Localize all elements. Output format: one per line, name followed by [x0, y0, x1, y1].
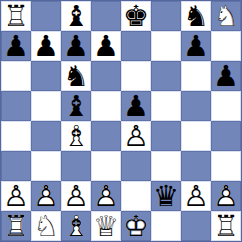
square-f2[interactable]: ♛ — [151, 181, 181, 211]
square-h7[interactable] — [211, 31, 241, 61]
piece-outline-glyph: ♗ — [61, 211, 91, 241]
piece-white-pawn[interactable]: ♟♙ — [211, 181, 241, 211]
piece-outline-glyph: ♘ — [211, 1, 241, 31]
piece-outline-glyph: ♕ — [91, 211, 121, 241]
piece-black-pawn[interactable]: ♟ — [211, 61, 241, 91]
square-d3[interactable] — [91, 151, 121, 181]
square-g8[interactable]: ♞ — [181, 1, 211, 31]
piece-solid-glyph: ♟ — [121, 91, 151, 121]
piece-solid-glyph: ♟ — [61, 31, 91, 61]
piece-outline-glyph: ♙ — [31, 181, 61, 211]
square-a5[interactable] — [1, 91, 31, 121]
piece-black-pawn[interactable]: ♟ — [181, 31, 211, 61]
square-a4[interactable] — [1, 121, 31, 151]
square-h6[interactable]: ♟ — [211, 61, 241, 91]
piece-solid-glyph: ♟ — [31, 31, 61, 61]
piece-solid-glyph: ♟ — [1, 31, 31, 61]
square-c3[interactable] — [61, 151, 91, 181]
square-g5[interactable] — [181, 91, 211, 121]
square-c2[interactable]: ♟♙ — [61, 181, 91, 211]
square-c6[interactable]: ♞ — [61, 61, 91, 91]
piece-black-pawn[interactable]: ♟ — [31, 31, 61, 61]
square-b4[interactable] — [31, 121, 61, 151]
piece-white-pawn[interactable]: ♟♙ — [1, 181, 31, 211]
square-b1[interactable]: ♞♘ — [31, 211, 61, 241]
square-f1[interactable] — [151, 211, 181, 241]
piece-outline-glyph: ♙ — [91, 181, 121, 211]
square-a3[interactable] — [1, 151, 31, 181]
piece-solid-glyph: ♝ — [61, 1, 91, 31]
piece-white-pawn[interactable]: ♟♙ — [91, 181, 121, 211]
piece-black-bishop[interactable]: ♝ — [61, 1, 91, 31]
piece-solid-glyph: ♛ — [151, 181, 181, 211]
square-e5[interactable]: ♟ — [121, 91, 151, 121]
piece-outline-glyph: ♖ — [211, 211, 241, 241]
piece-solid-glyph: ♚ — [121, 1, 151, 31]
square-b6[interactable] — [31, 61, 61, 91]
square-c4[interactable]: ♝♗ — [61, 121, 91, 151]
square-b7[interactable]: ♟ — [31, 31, 61, 61]
square-h1[interactable]: ♜♖ — [211, 211, 241, 241]
piece-outline-glyph: ♙ — [181, 181, 211, 211]
square-d5[interactable] — [91, 91, 121, 121]
piece-white-pawn[interactable]: ♟♙ — [61, 181, 91, 211]
piece-outline-glyph: ♘ — [31, 211, 61, 241]
square-g2[interactable]: ♟♙ — [181, 181, 211, 211]
square-a7[interactable]: ♟ — [1, 31, 31, 61]
square-e4[interactable]: ♟♙ — [121, 121, 151, 151]
piece-white-bishop[interactable]: ♝♗ — [61, 211, 91, 241]
square-e3[interactable] — [121, 151, 151, 181]
square-h4[interactable] — [211, 121, 241, 151]
piece-outline-glyph: ♔ — [121, 211, 151, 241]
square-e2[interactable] — [121, 181, 151, 211]
piece-black-pawn[interactable]: ♟ — [61, 31, 91, 61]
piece-outline-glyph: ♙ — [211, 181, 241, 211]
piece-white-pawn[interactable]: ♟♙ — [31, 181, 61, 211]
square-a6[interactable] — [1, 61, 31, 91]
square-f6[interactable] — [151, 61, 181, 91]
piece-black-knight[interactable]: ♞ — [181, 1, 211, 31]
square-e1[interactable]: ♚♔ — [121, 211, 151, 241]
piece-white-rook[interactable]: ♜♖ — [1, 1, 31, 31]
square-c7[interactable]: ♟ — [61, 31, 91, 61]
piece-white-king[interactable]: ♚♔ — [121, 211, 151, 241]
piece-solid-glyph: ♝ — [61, 91, 91, 121]
piece-solid-glyph: ♟ — [181, 31, 211, 61]
piece-outline-glyph: ♖ — [1, 1, 31, 31]
piece-white-queen[interactable]: ♛♕ — [91, 211, 121, 241]
square-d2[interactable]: ♟♙ — [91, 181, 121, 211]
square-e8[interactable]: ♚ — [121, 1, 151, 31]
piece-black-knight[interactable]: ♞ — [61, 61, 91, 91]
square-a2[interactable]: ♟♙ — [1, 181, 31, 211]
square-d6[interactable] — [91, 61, 121, 91]
square-a8[interactable]: ♜♖ — [1, 1, 31, 31]
square-g1[interactable] — [181, 211, 211, 241]
piece-black-pawn[interactable]: ♟ — [1, 31, 31, 61]
piece-black-pawn[interactable]: ♟ — [91, 31, 121, 61]
square-e7[interactable] — [121, 31, 151, 61]
square-b8[interactable] — [31, 1, 61, 31]
piece-white-knight[interactable]: ♞♘ — [31, 211, 61, 241]
piece-solid-glyph: ♟ — [91, 31, 121, 61]
square-h2[interactable]: ♟♙ — [211, 181, 241, 211]
piece-white-knight[interactable]: ♞♘ — [211, 1, 241, 31]
square-g4[interactable] — [181, 121, 211, 151]
square-h8[interactable]: ♞♘ — [211, 1, 241, 31]
piece-outline-glyph: ♙ — [1, 181, 31, 211]
piece-solid-glyph: ♞ — [181, 1, 211, 31]
piece-black-bishop[interactable]: ♝ — [61, 91, 91, 121]
square-f3[interactable] — [151, 151, 181, 181]
square-a1[interactable]: ♜♖ — [1, 211, 31, 241]
square-f8[interactable] — [151, 1, 181, 31]
square-g6[interactable] — [181, 61, 211, 91]
piece-black-king[interactable]: ♚ — [121, 1, 151, 31]
piece-solid-glyph: ♞ — [61, 61, 91, 91]
square-b5[interactable] — [31, 91, 61, 121]
square-d8[interactable] — [91, 1, 121, 31]
square-g3[interactable] — [181, 151, 211, 181]
square-d4[interactable] — [91, 121, 121, 151]
square-c8[interactable]: ♝ — [61, 1, 91, 31]
square-c1[interactable]: ♝♗ — [61, 211, 91, 241]
piece-outline-glyph: ♙ — [61, 181, 91, 211]
square-f5[interactable] — [151, 91, 181, 121]
square-d7[interactable]: ♟ — [91, 31, 121, 61]
piece-black-queen[interactable]: ♛ — [151, 181, 181, 211]
piece-black-pawn[interactable]: ♟ — [121, 91, 151, 121]
square-e6[interactable] — [121, 61, 151, 91]
square-h5[interactable] — [211, 91, 241, 121]
piece-white-rook[interactable]: ♜♖ — [211, 211, 241, 241]
piece-white-rook[interactable]: ♜♖ — [1, 211, 31, 241]
square-f7[interactable] — [151, 31, 181, 61]
square-f4[interactable] — [151, 121, 181, 151]
piece-white-bishop[interactable]: ♝♗ — [61, 121, 91, 151]
square-c5[interactable]: ♝ — [61, 91, 91, 121]
square-b3[interactable] — [31, 151, 61, 181]
piece-outline-glyph: ♗ — [61, 121, 91, 151]
square-h3[interactable] — [211, 151, 241, 181]
square-g7[interactable]: ♟ — [181, 31, 211, 61]
piece-white-pawn[interactable]: ♟♙ — [181, 181, 211, 211]
piece-outline-glyph: ♖ — [1, 211, 31, 241]
chessboard-container: ♜♖♝♚♞♞♘♟♟♟♟♟♞♟♝♟♝♗♟♙♟♙♟♙♟♙♟♙♛♟♙♟♙♜♖♞♘♝♗♛… — [0, 0, 242, 242]
square-b2[interactable]: ♟♙ — [31, 181, 61, 211]
piece-solid-glyph: ♟ — [211, 61, 241, 91]
chess-board: ♜♖♝♚♞♞♘♟♟♟♟♟♞♟♝♟♝♗♟♙♟♙♟♙♟♙♟♙♛♟♙♟♙♜♖♞♘♝♗♛… — [0, 0, 242, 242]
piece-white-pawn[interactable]: ♟♙ — [121, 121, 151, 151]
piece-outline-glyph: ♙ — [121, 121, 151, 151]
square-d1[interactable]: ♛♕ — [91, 211, 121, 241]
